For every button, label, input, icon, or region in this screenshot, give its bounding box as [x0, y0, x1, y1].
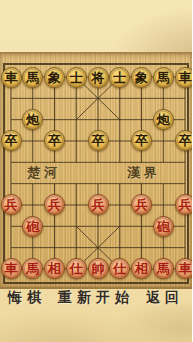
piece-red-soldier[interactable]: 兵 [88, 194, 109, 215]
piece-black-chariot[interactable]: 車 [1, 67, 22, 88]
restart-game-button[interactable]: 重新开始 [58, 289, 134, 307]
piece-black-soldier[interactable]: 卒 [1, 130, 22, 151]
piece-red-chariot[interactable]: 車 [1, 258, 22, 279]
xiangqi-board[interactable]: 楚河 漢界 車馬象士将士象馬車炮炮卒卒卒卒卒兵兵兵兵兵砲砲車馬相仕帥仕相馬車 [0, 52, 192, 289]
piece-black-elephant[interactable]: 象 [44, 67, 65, 88]
piece-black-horse[interactable]: 馬 [153, 67, 174, 88]
piece-black-advisor[interactable]: 士 [66, 67, 87, 88]
piece-red-general[interactable]: 帥 [88, 258, 109, 279]
piece-black-chariot[interactable]: 車 [175, 67, 193, 88]
river-label-right: 漢界 [127, 165, 161, 181]
xiangqi-app: 楚河 漢界 車馬象士将士象馬車炮炮卒卒卒卒卒兵兵兵兵兵砲砲車馬相仕帥仕相馬車 悔… [0, 0, 192, 342]
undo-move-button[interactable]: 悔棋 [8, 289, 46, 307]
piece-black-cannon[interactable]: 炮 [153, 109, 174, 130]
piece-black-advisor[interactable]: 士 [109, 67, 130, 88]
menu-bar: 悔棋 重新开始 返回 [0, 288, 192, 308]
piece-red-cannon[interactable]: 砲 [22, 216, 43, 237]
piece-red-soldier[interactable]: 兵 [1, 194, 22, 215]
river-label-left: 楚河 [27, 165, 61, 181]
back-button[interactable]: 返回 [146, 289, 184, 307]
piece-red-cannon[interactable]: 砲 [153, 216, 174, 237]
piece-black-horse[interactable]: 馬 [22, 67, 43, 88]
piece-black-soldier[interactable]: 卒 [88, 130, 109, 151]
piece-black-elephant[interactable]: 象 [131, 67, 152, 88]
piece-black-general[interactable]: 将 [88, 67, 109, 88]
